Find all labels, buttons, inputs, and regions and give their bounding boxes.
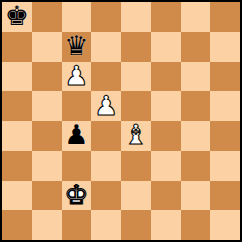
square-d3[interactable]	[91, 151, 121, 181]
square-f6[interactable]	[151, 62, 181, 92]
square-g6[interactable]	[181, 62, 211, 92]
square-c1[interactable]	[62, 210, 92, 240]
square-b6[interactable]	[32, 62, 62, 92]
square-c8[interactable]	[62, 2, 92, 32]
square-g3[interactable]	[181, 151, 211, 181]
square-e3[interactable]	[121, 151, 151, 181]
square-c3[interactable]	[62, 151, 92, 181]
chess-board: ♚♛♟♟♟♝♚	[0, 0, 242, 242]
square-f8[interactable]	[151, 2, 181, 32]
square-d1[interactable]	[91, 210, 121, 240]
square-e5[interactable]	[121, 91, 151, 121]
square-f3[interactable]	[151, 151, 181, 181]
square-b4[interactable]	[32, 121, 62, 151]
square-h7[interactable]	[210, 32, 240, 62]
square-d4[interactable]	[91, 121, 121, 151]
square-g7[interactable]	[181, 32, 211, 62]
square-g1[interactable]	[181, 210, 211, 240]
black-queen-piece: ♛	[64, 32, 88, 59]
square-a7[interactable]	[2, 32, 32, 62]
square-e4[interactable]: ♝	[121, 121, 151, 151]
square-g5[interactable]	[181, 91, 211, 121]
square-d7[interactable]	[91, 32, 121, 62]
square-g8[interactable]	[181, 2, 211, 32]
square-a3[interactable]	[2, 151, 32, 181]
square-f4[interactable]	[151, 121, 181, 151]
square-a1[interactable]	[2, 210, 32, 240]
square-c7[interactable]: ♛	[62, 32, 92, 62]
square-c4[interactable]: ♟	[62, 121, 92, 151]
square-a2[interactable]	[2, 181, 32, 211]
square-c5[interactable]	[62, 91, 92, 121]
black-king-piece: ♚	[5, 2, 29, 29]
square-e8[interactable]	[121, 2, 151, 32]
square-e7[interactable]	[121, 32, 151, 62]
white-pawn-piece: ♟	[64, 62, 88, 89]
square-g4[interactable]	[181, 121, 211, 151]
square-b1[interactable]	[32, 210, 62, 240]
square-f1[interactable]	[151, 210, 181, 240]
square-b3[interactable]	[32, 151, 62, 181]
square-h6[interactable]	[210, 62, 240, 92]
square-d5[interactable]: ♟	[91, 91, 121, 121]
square-h5[interactable]	[210, 91, 240, 121]
square-b7[interactable]	[32, 32, 62, 62]
square-h8[interactable]	[210, 2, 240, 32]
chess-board-window: ♚♛♟♟♟♝♚	[0, 0, 242, 242]
square-d6[interactable]	[91, 62, 121, 92]
square-h3[interactable]	[210, 151, 240, 181]
square-b2[interactable]	[32, 181, 62, 211]
white-king-piece: ♚	[64, 181, 88, 208]
square-f2[interactable]	[151, 181, 181, 211]
square-a5[interactable]	[2, 91, 32, 121]
square-c2[interactable]: ♚	[62, 181, 92, 211]
square-b8[interactable]	[32, 2, 62, 32]
black-pawn-piece: ♟	[64, 121, 88, 148]
square-e6[interactable]	[121, 62, 151, 92]
square-a4[interactable]	[2, 121, 32, 151]
square-f5[interactable]	[151, 91, 181, 121]
square-b5[interactable]	[32, 91, 62, 121]
square-e2[interactable]	[121, 181, 151, 211]
square-a8[interactable]: ♚	[2, 2, 32, 32]
square-d8[interactable]	[91, 2, 121, 32]
square-g2[interactable]	[181, 181, 211, 211]
white-pawn-piece: ♟	[94, 92, 118, 119]
square-f7[interactable]	[151, 32, 181, 62]
square-h2[interactable]	[210, 181, 240, 211]
square-e1[interactable]	[121, 210, 151, 240]
square-h1[interactable]	[210, 210, 240, 240]
square-a6[interactable]	[2, 62, 32, 92]
white-bishop-piece: ♝	[124, 121, 148, 148]
square-d2[interactable]	[91, 181, 121, 211]
square-h4[interactable]	[210, 121, 240, 151]
square-c6[interactable]: ♟	[62, 62, 92, 92]
